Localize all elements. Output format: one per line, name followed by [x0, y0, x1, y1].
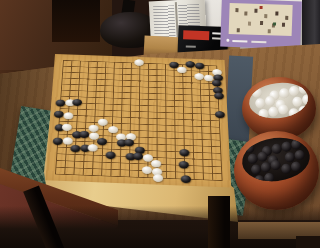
black-bowl-stone	[281, 141, 292, 152]
black-stone	[185, 61, 195, 68]
black-stone	[179, 148, 189, 156]
cabinet-opening	[52, 0, 100, 42]
white-bowl-stone	[291, 96, 302, 107]
black-stone	[55, 99, 65, 106]
white-bowl-opening	[247, 79, 310, 121]
go-board	[45, 54, 231, 188]
white-stone	[151, 159, 161, 167]
white-bowl-stone	[288, 107, 299, 118]
black-bowl-stone	[294, 150, 305, 161]
black-stone	[79, 130, 89, 138]
table-leg-right	[208, 196, 230, 248]
white-bowl-stone	[267, 106, 278, 117]
black-bowl-stone	[280, 163, 291, 174]
go-booklet-cover	[220, 0, 302, 49]
white-bowl-stone	[254, 97, 265, 108]
hoshi-point	[191, 119, 194, 121]
black-stone	[105, 151, 115, 159]
black-bowl-stone	[260, 162, 271, 173]
white-bowl-stone	[251, 87, 262, 98]
booklet-title-dashes	[232, 40, 247, 43]
white-stone	[108, 126, 118, 133]
white-bowl-stone	[288, 85, 299, 96]
white-stone	[194, 73, 204, 80]
black-bowl-stone	[247, 153, 258, 164]
black-stone	[214, 92, 224, 99]
white-stone	[97, 118, 107, 125]
white-stone	[152, 174, 162, 182]
black-bowl-stone	[270, 160, 281, 171]
black-stone	[132, 152, 142, 160]
black-stone-bowl	[234, 131, 319, 210]
white-bowl-stone	[301, 94, 310, 105]
black-bowl-stone	[257, 151, 268, 162]
illustration-accents	[260, 6, 263, 9]
go-game-photo	[0, 0, 320, 248]
white-bowl-stone	[278, 87, 289, 98]
black-bowl-stone	[250, 164, 261, 175]
black-bowl-stone	[271, 143, 282, 154]
white-stone	[141, 166, 151, 174]
hoshi-point	[138, 80, 141, 82]
booklet-bullet	[226, 39, 229, 42]
black-stone	[214, 111, 224, 118]
white-stone	[134, 59, 143, 66]
black-stone	[72, 98, 82, 105]
black-stone	[124, 138, 134, 146]
black-stone	[53, 110, 63, 117]
illustration-figures	[235, 8, 238, 12]
hoshi-point	[192, 158, 195, 160]
black-stone	[178, 160, 188, 168]
white-stone	[63, 112, 73, 119]
black-stone	[211, 79, 221, 86]
black-bowl-stone	[243, 143, 254, 154]
chair-post	[302, 0, 320, 46]
hoshi-point	[190, 82, 193, 84]
go-board-grid	[45, 54, 231, 188]
hoshi-point	[86, 78, 89, 80]
white-stone	[88, 124, 98, 131]
white-stone	[177, 66, 187, 73]
cd-label	[183, 30, 209, 40]
hoshi-point	[84, 115, 87, 117]
booklet-illustration	[229, 3, 293, 36]
white-bowl-stone	[258, 108, 269, 119]
white-stone	[142, 154, 152, 162]
black-stone	[194, 62, 204, 69]
white-stone	[87, 144, 97, 152]
black-stone	[96, 137, 106, 145]
black-stone	[52, 137, 62, 145]
floor-corner	[296, 236, 320, 248]
white-bowl-stone	[298, 105, 309, 116]
hoshi-point	[82, 153, 85, 155]
hoshi-point	[138, 117, 141, 119]
black-bowl-stone	[263, 173, 274, 184]
black-bowl-stone	[290, 139, 301, 150]
black-bowl-opening	[239, 134, 312, 185]
white-bowl-stone	[277, 104, 288, 115]
black-bowl-stone	[290, 161, 301, 172]
black-stone	[70, 144, 80, 152]
black-bowl-stone	[253, 175, 264, 186]
white-bowl-stone	[264, 95, 275, 106]
black-stone	[180, 175, 190, 183]
white-stone	[61, 123, 71, 130]
white-stone	[62, 137, 72, 145]
